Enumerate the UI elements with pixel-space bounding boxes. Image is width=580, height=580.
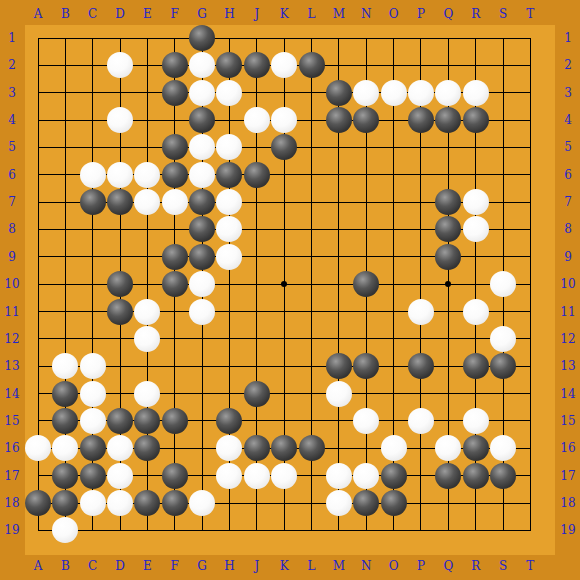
stone-black-E15 [134,408,160,434]
stone-black-L16 [299,435,325,461]
stone-black-S13 [490,353,516,379]
stone-black-G1 [189,25,215,51]
row-label-left-15: 15 [0,413,25,429]
stone-black-F3 [162,80,188,106]
row-label-right-2: 2 [555,57,580,73]
stone-white-A16 [25,435,51,461]
stone-black-J14 [244,381,270,407]
row-label-left-14: 14 [0,386,25,402]
col-label-top-H: H [216,6,242,22]
row-label-right-10: 10 [555,276,580,292]
stone-black-E16 [134,435,160,461]
stone-black-N13 [353,353,379,379]
col-label-bottom-H: H [216,558,242,574]
stone-white-D18 [107,490,133,516]
row-label-left-19: 19 [0,522,25,538]
stone-white-R3 [463,80,489,106]
stone-white-K17 [271,463,297,489]
stone-black-F15 [162,408,188,434]
col-label-bottom-Q: Q [435,558,461,574]
stone-white-O3 [381,80,407,106]
grid-line-vertical [530,38,531,531]
stone-black-C17 [80,463,106,489]
stone-black-H2 [216,52,242,78]
stone-white-Q3 [435,80,461,106]
stone-black-F18 [162,490,188,516]
col-label-bottom-C: C [80,558,106,574]
stone-white-G2 [189,52,215,78]
row-label-left-12: 12 [0,331,25,347]
stone-black-F5 [162,134,188,160]
stone-white-M18 [326,490,352,516]
star-point-K10 [281,281,287,287]
row-label-left-11: 11 [0,304,25,320]
stone-black-B17 [52,463,78,489]
stone-white-C6 [80,162,106,188]
col-label-bottom-T: T [517,558,543,574]
stone-white-D6 [107,162,133,188]
stone-white-S16 [490,435,516,461]
row-label-left-5: 5 [0,139,25,155]
row-label-left-18: 18 [0,495,25,511]
goban[interactable] [25,25,555,555]
stone-white-E6 [134,162,160,188]
col-label-top-B: B [52,6,78,22]
stone-black-M4 [326,107,352,133]
stone-white-F7 [162,189,188,215]
stone-white-N3 [353,80,379,106]
stone-white-R8 [463,216,489,242]
row-label-left-10: 10 [0,276,25,292]
stone-black-G9 [189,244,215,270]
stone-black-Q4 [435,107,461,133]
stone-black-G7 [189,189,215,215]
stone-white-E12 [134,326,160,352]
col-label-bottom-A: A [25,558,51,574]
col-label-top-O: O [381,6,407,22]
stone-black-D10 [107,271,133,297]
stone-white-P3 [408,80,434,106]
col-label-bottom-O: O [381,558,407,574]
stone-black-M13 [326,353,352,379]
stone-black-R17 [463,463,489,489]
col-label-bottom-F: F [162,558,188,574]
stone-white-H16 [216,435,242,461]
stone-white-H7 [216,189,242,215]
row-label-left-17: 17 [0,468,25,484]
stone-white-Q16 [435,435,461,461]
stone-black-H15 [216,408,242,434]
row-label-right-9: 9 [555,249,580,265]
stone-black-H6 [216,162,242,188]
stone-white-R15 [463,408,489,434]
col-label-bottom-B: B [52,558,78,574]
stone-black-F2 [162,52,188,78]
col-label-bottom-L: L [299,558,325,574]
stone-white-D17 [107,463,133,489]
col-label-top-M: M [326,6,352,22]
stone-black-N10 [353,271,379,297]
stone-white-R7 [463,189,489,215]
row-label-left-9: 9 [0,249,25,265]
col-label-top-S: S [490,6,516,22]
col-label-top-C: C [80,6,106,22]
grid-line-horizontal [38,338,531,339]
stone-black-O18 [381,490,407,516]
stone-white-B13 [52,353,78,379]
row-label-right-7: 7 [555,194,580,210]
col-label-top-N: N [353,6,379,22]
stone-black-F10 [162,271,188,297]
stone-black-R16 [463,435,489,461]
stone-white-P11 [408,299,434,325]
stone-white-M17 [326,463,352,489]
col-label-top-K: K [271,6,297,22]
col-label-top-E: E [134,6,160,22]
stone-black-E18 [134,490,160,516]
stone-white-D4 [107,107,133,133]
stone-black-M3 [326,80,352,106]
col-label-top-A: A [25,6,51,22]
stone-white-H17 [216,463,242,489]
stone-black-N18 [353,490,379,516]
stone-white-D16 [107,435,133,461]
stone-black-K16 [271,435,297,461]
stone-black-C7 [80,189,106,215]
row-label-right-16: 16 [555,440,580,456]
stone-black-Q7 [435,189,461,215]
row-label-left-6: 6 [0,167,25,183]
stone-white-N17 [353,463,379,489]
stone-black-Q9 [435,244,461,270]
row-label-right-17: 17 [555,468,580,484]
stone-white-S12 [490,326,516,352]
col-label-top-J: J [244,6,270,22]
row-label-right-19: 19 [555,522,580,538]
stone-black-J6 [244,162,270,188]
stone-black-L2 [299,52,325,78]
row-label-right-12: 12 [555,331,580,347]
stone-white-O16 [381,435,407,461]
col-label-top-D: D [107,6,133,22]
col-label-bottom-G: G [189,558,215,574]
stone-black-P4 [408,107,434,133]
stone-white-C13 [80,353,106,379]
stone-black-G4 [189,107,215,133]
stone-black-O17 [381,463,407,489]
stone-black-B18 [52,490,78,516]
stone-black-B15 [52,408,78,434]
stone-white-G18 [189,490,215,516]
row-label-left-4: 4 [0,112,25,128]
stone-black-J16 [244,435,270,461]
stone-black-J2 [244,52,270,78]
stone-white-H9 [216,244,242,270]
stone-white-N15 [353,408,379,434]
col-label-top-R: R [463,6,489,22]
row-label-left-16: 16 [0,440,25,456]
col-label-top-G: G [189,6,215,22]
row-label-right-15: 15 [555,413,580,429]
stone-white-E14 [134,381,160,407]
col-label-bottom-D: D [107,558,133,574]
col-label-bottom-P: P [408,558,434,574]
stone-black-N4 [353,107,379,133]
row-label-right-13: 13 [555,358,580,374]
stone-black-D11 [107,299,133,325]
stone-white-G10 [189,271,215,297]
col-label-top-L: L [299,6,325,22]
row-label-left-13: 13 [0,358,25,374]
stone-white-S10 [490,271,516,297]
stone-black-S17 [490,463,516,489]
stone-black-Q8 [435,216,461,242]
row-label-right-1: 1 [555,30,580,46]
stone-white-H5 [216,134,242,160]
grid-line-horizontal [38,366,531,367]
stone-white-B19 [52,517,78,543]
col-label-bottom-E: E [134,558,160,574]
stone-black-P13 [408,353,434,379]
stone-white-H8 [216,216,242,242]
row-label-right-6: 6 [555,167,580,183]
row-label-left-1: 1 [0,30,25,46]
stone-black-R4 [463,107,489,133]
row-label-left-2: 2 [0,57,25,73]
stone-black-Q17 [435,463,461,489]
row-label-right-4: 4 [555,112,580,128]
col-label-top-T: T [517,6,543,22]
stone-black-D7 [107,189,133,215]
row-label-right-18: 18 [555,495,580,511]
row-label-right-3: 3 [555,85,580,101]
grid-line-horizontal [38,530,531,531]
board-frame: ABCDEFGHJKLMNOPQRST ABCDEFGHJKLMNOPQRST … [0,0,580,580]
col-label-top-Q: Q [435,6,461,22]
stone-black-G8 [189,216,215,242]
col-label-top-F: F [162,6,188,22]
row-label-right-5: 5 [555,139,580,155]
stone-white-K4 [271,107,297,133]
stone-white-J4 [244,107,270,133]
col-label-bottom-S: S [490,558,516,574]
stone-white-G3 [189,80,215,106]
stone-white-C14 [80,381,106,407]
row-label-left-8: 8 [0,221,25,237]
stone-white-G6 [189,162,215,188]
col-label-bottom-J: J [244,558,270,574]
row-label-right-11: 11 [555,304,580,320]
row-label-left-7: 7 [0,194,25,210]
stone-white-R11 [463,299,489,325]
stone-white-B16 [52,435,78,461]
go-app-window: ABCDEFGHJKLMNOPQRST ABCDEFGHJKLMNOPQRST … [0,0,580,580]
stone-white-C15 [80,408,106,434]
stone-white-M14 [326,381,352,407]
stone-white-G5 [189,134,215,160]
stone-white-P15 [408,408,434,434]
stone-white-G11 [189,299,215,325]
stone-black-C16 [80,435,106,461]
stone-black-F17 [162,463,188,489]
grid-line-horizontal [38,393,531,394]
stone-white-J17 [244,463,270,489]
col-label-bottom-M: M [326,558,352,574]
stone-white-C18 [80,490,106,516]
col-label-bottom-R: R [463,558,489,574]
stone-white-H3 [216,80,242,106]
row-label-right-14: 14 [555,386,580,402]
stone-black-F6 [162,162,188,188]
row-label-right-8: 8 [555,221,580,237]
stone-white-D2 [107,52,133,78]
stone-black-D15 [107,408,133,434]
stone-white-E7 [134,189,160,215]
star-point-Q10 [445,281,451,287]
stone-white-E11 [134,299,160,325]
row-label-left-3: 3 [0,85,25,101]
col-label-bottom-K: K [271,558,297,574]
col-label-top-P: P [408,6,434,22]
stone-black-F9 [162,244,188,270]
stone-black-B14 [52,381,78,407]
stone-black-A18 [25,490,51,516]
col-label-bottom-N: N [353,558,379,574]
stone-black-R13 [463,353,489,379]
stone-white-K2 [271,52,297,78]
stone-black-K5 [271,134,297,160]
